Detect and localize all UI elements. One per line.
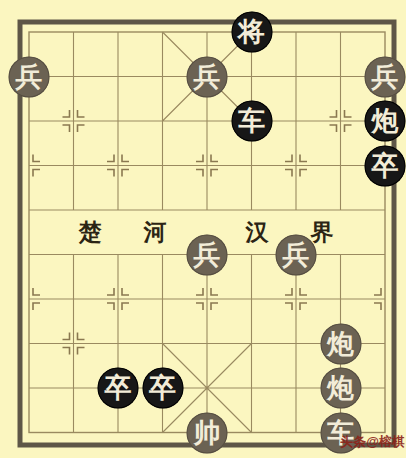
piece-red-soldier[interactable]: 兵 [365,56,406,97]
watermark: 头条@榕棋 [340,433,405,451]
piece-black-general[interactable]: 将 [231,12,272,53]
piece-black-soldier[interactable]: 卒 [98,368,139,409]
river-label-jie: 界 [311,217,334,248]
piece-black-soldier[interactable]: 卒 [142,368,183,409]
river-label-han: 汉 [246,217,269,248]
piece-red-soldier[interactable]: 兵 [276,234,317,275]
river-label-chu: 楚 [79,217,102,248]
river-label-he: 河 [144,217,167,248]
piece-red-cannon[interactable]: 炮 [320,323,361,364]
xiangqi-board: 楚 河 汉 界 将兵兵兵车炮卒兵兵炮卒卒炮帅车 头条@榕棋 [0,0,406,458]
piece-red-soldier[interactable]: 兵 [9,56,50,97]
piece-red-general[interactable]: 帅 [187,412,228,453]
piece-red-cannon[interactable]: 炮 [320,368,361,409]
piece-black-chariot[interactable]: 车 [231,101,272,142]
piece-red-soldier[interactable]: 兵 [187,56,228,97]
piece-black-soldier[interactable]: 卒 [365,145,406,186]
piece-black-cannon[interactable]: 炮 [365,101,406,142]
piece-red-soldier[interactable]: 兵 [187,234,228,275]
